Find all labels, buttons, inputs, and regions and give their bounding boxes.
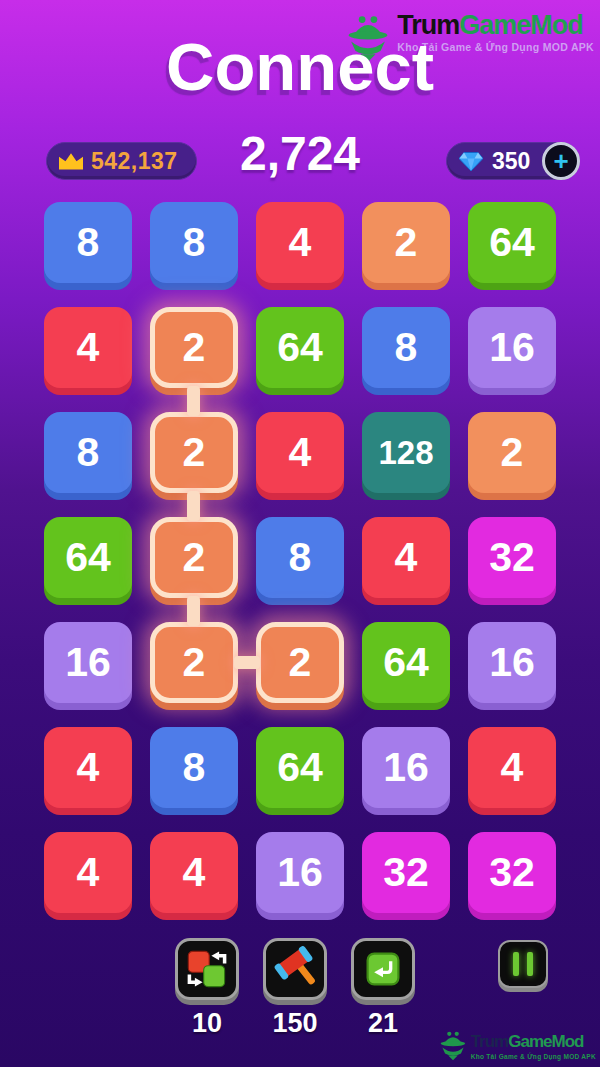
watermark-bottom: TrumGameMod Kho Tải Game & Ứng Dụng MOD … xyxy=(436,1029,596,1063)
chain-link xyxy=(187,491,200,521)
hammer-icon xyxy=(272,946,318,992)
tile-32[interactable]: 32 xyxy=(468,832,556,913)
tile-64[interactable]: 64 xyxy=(256,727,344,808)
watermark-brand: TrumGameMod xyxy=(471,1032,596,1052)
tile-64[interactable]: 64 xyxy=(362,622,450,703)
tile-4[interactable]: 4 xyxy=(150,832,238,913)
pause-icon xyxy=(513,952,519,976)
tile-64[interactable]: 64 xyxy=(468,202,556,283)
tile-32[interactable]: 32 xyxy=(362,832,450,913)
tile-16[interactable]: 16 xyxy=(468,622,556,703)
score-bar: 542,137 2,724 350 + xyxy=(0,128,600,188)
hammer-powerup-button[interactable] xyxy=(263,938,327,1000)
tile-4[interactable]: 4 xyxy=(468,727,556,808)
tile-64[interactable]: 64 xyxy=(44,517,132,598)
tile-4[interactable]: 4 xyxy=(44,832,132,913)
swap-icon xyxy=(185,947,229,991)
tile-2-selected[interactable]: 2 xyxy=(150,517,238,598)
tile-8[interactable]: 8 xyxy=(362,307,450,388)
tile-4[interactable]: 4 xyxy=(256,412,344,493)
undo-count: 21 xyxy=(351,1008,415,1039)
tile-16[interactable]: 16 xyxy=(362,727,450,808)
undo-icon xyxy=(361,947,405,991)
tile-16[interactable]: 16 xyxy=(468,307,556,388)
add-gems-button[interactable]: + xyxy=(542,142,580,180)
tile-8[interactable]: 8 xyxy=(44,412,132,493)
undo-powerup-button[interactable] xyxy=(351,938,415,1000)
tile-4[interactable]: 4 xyxy=(362,517,450,598)
tile-4[interactable]: 4 xyxy=(44,727,132,808)
swap-count: 10 xyxy=(175,1008,239,1039)
tile-64[interactable]: 64 xyxy=(256,307,344,388)
tile-128[interactable]: 128 xyxy=(362,412,450,493)
game-title: Connect xyxy=(0,28,600,105)
tile-8[interactable]: 8 xyxy=(44,202,132,283)
tile-2-selected[interactable]: 2 xyxy=(150,412,238,493)
gems-value: 350 xyxy=(492,148,530,175)
tile-32[interactable]: 32 xyxy=(468,517,556,598)
tile-8[interactable]: 8 xyxy=(150,727,238,808)
trumgamemod-mascot-icon xyxy=(436,1029,470,1063)
chain-link xyxy=(187,386,200,416)
tile-2-selected[interactable]: 2 xyxy=(150,622,238,703)
hammer-count: 150 xyxy=(263,1008,327,1039)
tile-16[interactable]: 16 xyxy=(44,622,132,703)
game-board: 8842644264816824128264284321622641648641… xyxy=(44,202,556,920)
watermark-subtitle: Kho Tải Game & Ứng Dụng MOD APK xyxy=(471,1053,596,1060)
gems-pill: 350 + xyxy=(446,142,580,180)
pause-button[interactable] xyxy=(498,940,548,988)
game-screen: TrumGameMod Kho Tải Game & Ứng Dụng MOD … xyxy=(0,0,600,1067)
tile-2[interactable]: 2 xyxy=(362,202,450,283)
tile-8[interactable]: 8 xyxy=(256,517,344,598)
swap-powerup-button[interactable] xyxy=(175,938,239,1000)
tile-8[interactable]: 8 xyxy=(150,202,238,283)
tile-16[interactable]: 16 xyxy=(256,832,344,913)
tile-2[interactable]: 2 xyxy=(468,412,556,493)
chain-link xyxy=(187,596,200,626)
chain-link xyxy=(234,656,260,669)
tile-4[interactable]: 4 xyxy=(256,202,344,283)
tile-4[interactable]: 4 xyxy=(44,307,132,388)
tile-2-selected[interactable]: 2 xyxy=(256,622,344,703)
tile-2-selected[interactable]: 2 xyxy=(150,307,238,388)
gem-icon xyxy=(459,151,483,172)
